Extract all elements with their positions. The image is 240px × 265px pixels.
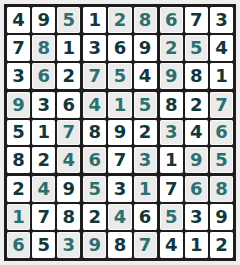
cell-r6c5[interactable]: 7 xyxy=(108,147,131,173)
cell-r2c2[interactable]: 8 xyxy=(32,35,55,61)
cell-r6c7[interactable]: 1 xyxy=(160,147,183,173)
cell-r9c8[interactable]: 1 xyxy=(185,232,208,258)
cell-r4c2[interactable]: 3 xyxy=(32,92,55,118)
cell-r8c2[interactable]: 7 xyxy=(32,204,55,230)
cell-r9c1[interactable]: 6 xyxy=(7,232,30,258)
cell-r1c7[interactable]: 6 xyxy=(160,7,183,33)
cell-r4c7[interactable]: 8 xyxy=(160,92,183,118)
cell-r5c2[interactable]: 1 xyxy=(32,120,55,146)
cell-r9c3[interactable]: 3 xyxy=(57,232,80,258)
sudoku-box-7: 249178653 xyxy=(7,176,80,258)
cell-r2c6[interactable]: 9 xyxy=(134,35,157,61)
cell-r6c3[interactable]: 4 xyxy=(57,147,80,173)
cell-r5c8[interactable]: 4 xyxy=(185,120,208,146)
cell-r8c1[interactable]: 1 xyxy=(7,204,30,230)
sudoku-box-4: 936517824 xyxy=(7,92,80,174)
cell-r1c8[interactable]: 7 xyxy=(185,7,208,33)
cell-r9c9[interactable]: 2 xyxy=(210,232,233,258)
cell-r7c6[interactable]: 1 xyxy=(134,176,157,202)
sudoku-box-3: 673254981 xyxy=(160,7,233,89)
cell-r9c7[interactable]: 4 xyxy=(160,232,183,258)
cell-r4c4[interactable]: 4 xyxy=(83,92,106,118)
cell-r1c2[interactable]: 9 xyxy=(32,7,55,33)
cell-r5c6[interactable]: 2 xyxy=(134,120,157,146)
cell-r6c4[interactable]: 6 xyxy=(83,147,106,173)
cell-r4c5[interactable]: 1 xyxy=(108,92,131,118)
cell-r8c6[interactable]: 6 xyxy=(134,204,157,230)
sudoku-box-6: 827346195 xyxy=(160,92,233,174)
cell-r5c9[interactable]: 6 xyxy=(210,120,233,146)
cell-r7c3[interactable]: 9 xyxy=(57,176,80,202)
cell-r8c4[interactable]: 2 xyxy=(83,204,106,230)
cell-r4c3[interactable]: 6 xyxy=(57,92,80,118)
cell-r8c7[interactable]: 5 xyxy=(160,204,183,230)
sudoku-board: 4957813621283697546732549819365178244158… xyxy=(4,4,236,261)
sudoku-box-1: 495781362 xyxy=(7,7,80,89)
cell-r7c2[interactable]: 4 xyxy=(32,176,55,202)
cell-r7c4[interactable]: 5 xyxy=(83,176,106,202)
sudoku-box-8: 531246987 xyxy=(83,176,156,258)
sudoku-page: 4957813621283697546732549819365178244158… xyxy=(0,0,240,265)
cell-r3c9[interactable]: 1 xyxy=(210,63,233,89)
cell-r9c6[interactable]: 7 xyxy=(134,232,157,258)
cell-r2c5[interactable]: 6 xyxy=(108,35,131,61)
cell-r8c8[interactable]: 3 xyxy=(185,204,208,230)
cell-r1c5[interactable]: 2 xyxy=(108,7,131,33)
cell-r6c1[interactable]: 8 xyxy=(7,147,30,173)
cell-r1c9[interactable]: 3 xyxy=(210,7,233,33)
cell-r6c6[interactable]: 3 xyxy=(134,147,157,173)
sudoku-box-9: 768539412 xyxy=(160,176,233,258)
cell-r5c1[interactable]: 5 xyxy=(7,120,30,146)
cell-r1c4[interactable]: 1 xyxy=(83,7,106,33)
cell-r2c1[interactable]: 7 xyxy=(7,35,30,61)
cell-r5c5[interactable]: 9 xyxy=(108,120,131,146)
cell-r1c1[interactable]: 4 xyxy=(7,7,30,33)
cell-r5c3[interactable]: 7 xyxy=(57,120,80,146)
cell-r9c5[interactable]: 8 xyxy=(108,232,131,258)
cell-r6c8[interactable]: 9 xyxy=(185,147,208,173)
cell-r2c9[interactable]: 4 xyxy=(210,35,233,61)
cell-r3c6[interactable]: 4 xyxy=(134,63,157,89)
cell-r7c7[interactable]: 7 xyxy=(160,176,183,202)
cell-r4c6[interactable]: 5 xyxy=(134,92,157,118)
sudoku-box-2: 128369754 xyxy=(83,7,156,89)
cell-r3c3[interactable]: 2 xyxy=(57,63,80,89)
cell-r8c9[interactable]: 9 xyxy=(210,204,233,230)
cell-r2c4[interactable]: 3 xyxy=(83,35,106,61)
cell-r5c7[interactable]: 3 xyxy=(160,120,183,146)
cell-r4c1[interactable]: 9 xyxy=(7,92,30,118)
sudoku-box-5: 415892673 xyxy=(83,92,156,174)
cell-r8c5[interactable]: 4 xyxy=(108,204,131,230)
cell-r4c8[interactable]: 2 xyxy=(185,92,208,118)
cell-r4c9[interactable]: 7 xyxy=(210,92,233,118)
cell-r8c3[interactable]: 8 xyxy=(57,204,80,230)
cell-r9c4[interactable]: 9 xyxy=(83,232,106,258)
cell-r3c4[interactable]: 7 xyxy=(83,63,106,89)
cell-r7c9[interactable]: 8 xyxy=(210,176,233,202)
cell-r2c7[interactable]: 2 xyxy=(160,35,183,61)
cell-r3c8[interactable]: 8 xyxy=(185,63,208,89)
cell-r2c3[interactable]: 1 xyxy=(57,35,80,61)
cell-r3c1[interactable]: 3 xyxy=(7,63,30,89)
cell-r2c8[interactable]: 5 xyxy=(185,35,208,61)
cell-r1c6[interactable]: 8 xyxy=(134,7,157,33)
cell-r7c8[interactable]: 6 xyxy=(185,176,208,202)
cell-r9c2[interactable]: 5 xyxy=(32,232,55,258)
cell-r7c1[interactable]: 2 xyxy=(7,176,30,202)
cell-r3c2[interactable]: 6 xyxy=(32,63,55,89)
cell-r7c5[interactable]: 3 xyxy=(108,176,131,202)
cell-r1c3[interactable]: 5 xyxy=(57,7,80,33)
cell-r6c9[interactable]: 5 xyxy=(210,147,233,173)
cell-r6c2[interactable]: 2 xyxy=(32,147,55,173)
cell-r3c5[interactable]: 5 xyxy=(108,63,131,89)
cell-r5c4[interactable]: 8 xyxy=(83,120,106,146)
cell-r3c7[interactable]: 9 xyxy=(160,63,183,89)
